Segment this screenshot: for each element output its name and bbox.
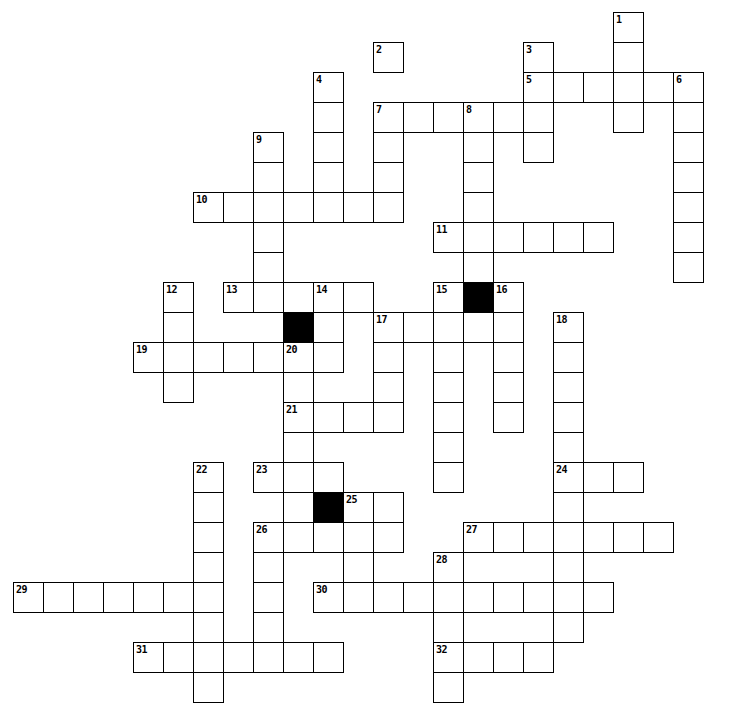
clue-number: 23: [256, 464, 267, 475]
cell[interactable]: [463, 582, 494, 613]
cell[interactable]: [493, 582, 524, 613]
cell[interactable]: 18: [553, 312, 584, 343]
cell[interactable]: [673, 252, 704, 283]
cell[interactable]: [193, 612, 224, 643]
cell[interactable]: [433, 612, 464, 643]
cell[interactable]: [163, 342, 194, 373]
cell[interactable]: [463, 642, 494, 673]
clue-number: 28: [436, 554, 447, 565]
clue-number: 6: [676, 74, 682, 85]
cell[interactable]: [463, 192, 494, 223]
cell[interactable]: [583, 522, 614, 553]
cell[interactable]: 4: [313, 72, 344, 103]
cell[interactable]: [313, 522, 344, 553]
cell[interactable]: [253, 342, 284, 373]
cell[interactable]: [433, 372, 464, 403]
cell[interactable]: 17: [373, 312, 404, 343]
cell[interactable]: [193, 492, 224, 523]
cell[interactable]: [163, 312, 194, 343]
cell[interactable]: 32: [433, 642, 464, 673]
clue-number: 2: [376, 44, 382, 55]
cell[interactable]: [403, 312, 434, 343]
cell[interactable]: [343, 552, 374, 583]
cell[interactable]: [253, 612, 284, 643]
cell[interactable]: [463, 312, 494, 343]
clue-number: 27: [466, 524, 477, 535]
cell[interactable]: [373, 132, 404, 163]
cell[interactable]: [523, 642, 554, 673]
crossword-board: 1234567891011121314151617181920212223242…: [0, 0, 733, 717]
cell[interactable]: 31: [133, 642, 164, 673]
cell[interactable]: 7: [373, 102, 404, 133]
cell[interactable]: 29: [13, 582, 44, 613]
cell[interactable]: [283, 372, 314, 403]
cell[interactable]: [673, 192, 704, 223]
clue-number: 32: [436, 644, 447, 655]
cell[interactable]: [463, 162, 494, 193]
clue-number: 10: [196, 194, 207, 205]
cell[interactable]: [463, 252, 494, 283]
cell[interactable]: [553, 522, 584, 553]
cell[interactable]: 26: [253, 522, 284, 553]
cell[interactable]: [553, 222, 584, 253]
cell[interactable]: [253, 552, 284, 583]
cell[interactable]: [673, 162, 704, 193]
cell[interactable]: [313, 162, 344, 193]
cell[interactable]: [313, 642, 344, 673]
cell[interactable]: 20: [283, 342, 314, 373]
cell[interactable]: [433, 102, 464, 133]
cell[interactable]: 2: [373, 42, 404, 73]
cell[interactable]: [163, 582, 194, 613]
cell[interactable]: [613, 72, 644, 103]
cell[interactable]: [373, 402, 404, 433]
cell[interactable]: [583, 582, 614, 613]
cell[interactable]: [403, 582, 434, 613]
cell[interactable]: [613, 102, 644, 133]
cell[interactable]: [133, 582, 164, 613]
cell[interactable]: 10: [193, 192, 224, 223]
cell[interactable]: [523, 222, 554, 253]
clue-number: 29: [16, 584, 27, 595]
clue-number: 3: [526, 44, 532, 55]
cell[interactable]: [223, 642, 254, 673]
clue-number: 15: [436, 284, 447, 295]
cell[interactable]: [253, 252, 284, 283]
cell[interactable]: [493, 102, 524, 133]
cell[interactable]: [493, 402, 524, 433]
cell[interactable]: [373, 492, 404, 523]
cell[interactable]: [433, 312, 464, 343]
cell[interactable]: [553, 582, 584, 613]
cell[interactable]: 15: [433, 282, 464, 313]
cell[interactable]: 16: [493, 282, 524, 313]
clue-number: 1: [616, 14, 622, 25]
cell[interactable]: [313, 192, 344, 223]
cell[interactable]: 22: [193, 462, 224, 493]
cell[interactable]: [373, 342, 404, 373]
cell[interactable]: [553, 72, 584, 103]
cell[interactable]: 12: [163, 282, 194, 313]
cell[interactable]: 14: [313, 282, 344, 313]
cell[interactable]: [283, 492, 314, 523]
clue-number: 24: [556, 464, 567, 475]
cell[interactable]: 24: [553, 462, 584, 493]
crossword-page: 1234567891011121314151617181920212223242…: [0, 0, 733, 717]
block-cell: [463, 282, 494, 313]
cell[interactable]: 21: [283, 402, 314, 433]
cell[interactable]: [613, 42, 644, 73]
cell[interactable]: [433, 582, 464, 613]
cell[interactable]: [163, 642, 194, 673]
clue-number: 20: [286, 344, 297, 355]
clue-number: 17: [376, 314, 387, 325]
cell[interactable]: [493, 642, 524, 673]
cell[interactable]: 19: [133, 342, 164, 373]
cell[interactable]: [193, 672, 224, 703]
clue-number: 12: [166, 284, 177, 295]
cell[interactable]: [343, 522, 374, 553]
cell[interactable]: [43, 582, 74, 613]
cell[interactable]: [433, 402, 464, 433]
cell[interactable]: [253, 282, 284, 313]
cell[interactable]: 8: [463, 102, 494, 133]
cell[interactable]: [613, 462, 644, 493]
block-cell: [313, 492, 344, 523]
cell[interactable]: [193, 522, 224, 553]
cell[interactable]: [193, 552, 224, 583]
cell[interactable]: [583, 222, 614, 253]
cell[interactable]: [493, 372, 524, 403]
cell[interactable]: [373, 582, 404, 613]
cell[interactable]: [283, 462, 314, 493]
cell[interactable]: [373, 372, 404, 403]
cell[interactable]: [373, 162, 404, 193]
cell[interactable]: 6: [673, 72, 704, 103]
cell[interactable]: [373, 522, 404, 553]
cell[interactable]: [283, 522, 314, 553]
cell[interactable]: [613, 522, 644, 553]
cell[interactable]: [313, 342, 344, 373]
clue-number: 5: [526, 74, 532, 85]
cell[interactable]: [283, 642, 314, 673]
cell[interactable]: [553, 612, 584, 643]
cell[interactable]: [223, 342, 254, 373]
cell[interactable]: 25: [343, 492, 374, 523]
cell[interactable]: [523, 132, 554, 163]
cell[interactable]: [343, 582, 374, 613]
cell[interactable]: [673, 102, 704, 133]
cell[interactable]: 13: [223, 282, 254, 313]
block-cell: [283, 312, 314, 343]
cell[interactable]: [643, 72, 674, 103]
cell[interactable]: 3: [523, 42, 554, 73]
cell[interactable]: [193, 642, 224, 673]
cell[interactable]: 30: [313, 582, 344, 613]
clue-number: 18: [556, 314, 567, 325]
cell[interactable]: [493, 342, 524, 373]
cell[interactable]: [313, 102, 344, 133]
cell[interactable]: [493, 312, 524, 343]
clue-number: 13: [226, 284, 237, 295]
cell[interactable]: [253, 222, 284, 253]
clue-number: 21: [286, 404, 297, 415]
clue-number: 14: [316, 284, 327, 295]
cell[interactable]: 1: [613, 12, 644, 43]
cell[interactable]: [523, 102, 554, 133]
clue-number: 31: [136, 644, 147, 655]
cell[interactable]: [493, 522, 524, 553]
cell[interactable]: [313, 312, 344, 343]
cell[interactable]: [553, 552, 584, 583]
cell[interactable]: 9: [253, 132, 284, 163]
cell[interactable]: 5: [523, 72, 554, 103]
cell[interactable]: [583, 462, 614, 493]
cell[interactable]: [283, 432, 314, 463]
cell[interactable]: [283, 282, 314, 313]
cell[interactable]: [433, 432, 464, 463]
cell[interactable]: [283, 192, 314, 223]
cell[interactable]: [553, 342, 584, 373]
clue-number: 25: [346, 494, 357, 505]
cell[interactable]: [463, 132, 494, 163]
cell[interactable]: [433, 462, 464, 493]
clue-number: 11: [436, 224, 447, 235]
cell[interactable]: [313, 402, 344, 433]
cell[interactable]: [493, 222, 524, 253]
clue-number: 4: [316, 74, 322, 85]
cell[interactable]: [433, 342, 464, 373]
clue-number: 8: [466, 104, 472, 115]
cell[interactable]: [343, 282, 374, 313]
clue-number: 19: [136, 344, 147, 355]
cell[interactable]: [253, 582, 284, 613]
cell[interactable]: [523, 582, 554, 613]
cell[interactable]: [73, 582, 104, 613]
clue-number: 16: [496, 284, 507, 295]
cell[interactable]: [553, 402, 584, 433]
cell[interactable]: [193, 342, 224, 373]
cell[interactable]: [343, 402, 374, 433]
cell[interactable]: [523, 522, 554, 553]
cell[interactable]: [313, 132, 344, 163]
cell[interactable]: [433, 672, 464, 703]
clue-number: 30: [316, 584, 327, 595]
cell[interactable]: 23: [253, 462, 284, 493]
cell[interactable]: [223, 192, 254, 223]
cell[interactable]: [583, 72, 614, 103]
cell[interactable]: [253, 192, 284, 223]
clue-number: 22: [196, 464, 207, 475]
cell[interactable]: [253, 162, 284, 193]
cell[interactable]: 11: [433, 222, 464, 253]
cell[interactable]: 28: [433, 552, 464, 583]
cell[interactable]: [253, 642, 284, 673]
clue-number: 7: [376, 104, 382, 115]
cell[interactable]: [163, 372, 194, 403]
cell[interactable]: [553, 492, 584, 523]
clue-number: 9: [256, 134, 262, 145]
cell[interactable]: [313, 462, 344, 493]
cell[interactable]: [373, 192, 404, 223]
cell[interactable]: [673, 132, 704, 163]
cell[interactable]: [403, 102, 434, 133]
cell[interactable]: [553, 372, 584, 403]
cell[interactable]: [103, 582, 134, 613]
cell[interactable]: [643, 522, 674, 553]
cell[interactable]: [343, 192, 374, 223]
clue-number: 26: [256, 524, 267, 535]
cell[interactable]: [193, 582, 224, 613]
cell[interactable]: [463, 222, 494, 253]
cell[interactable]: [553, 432, 584, 463]
cell[interactable]: [673, 222, 704, 253]
cell[interactable]: 27: [463, 522, 494, 553]
